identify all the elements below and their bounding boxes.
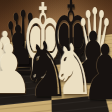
white-pawn-near[interactable]: ♟ <box>0 36 33 104</box>
chess-3d-scene: ♛ ♚ ♚ ♛ ♟ ♟ ♟ ♟ ♞ ♞ ♟ ♟ <box>0 0 112 112</box>
black-pawn-near[interactable]: ♟ <box>81 35 112 111</box>
